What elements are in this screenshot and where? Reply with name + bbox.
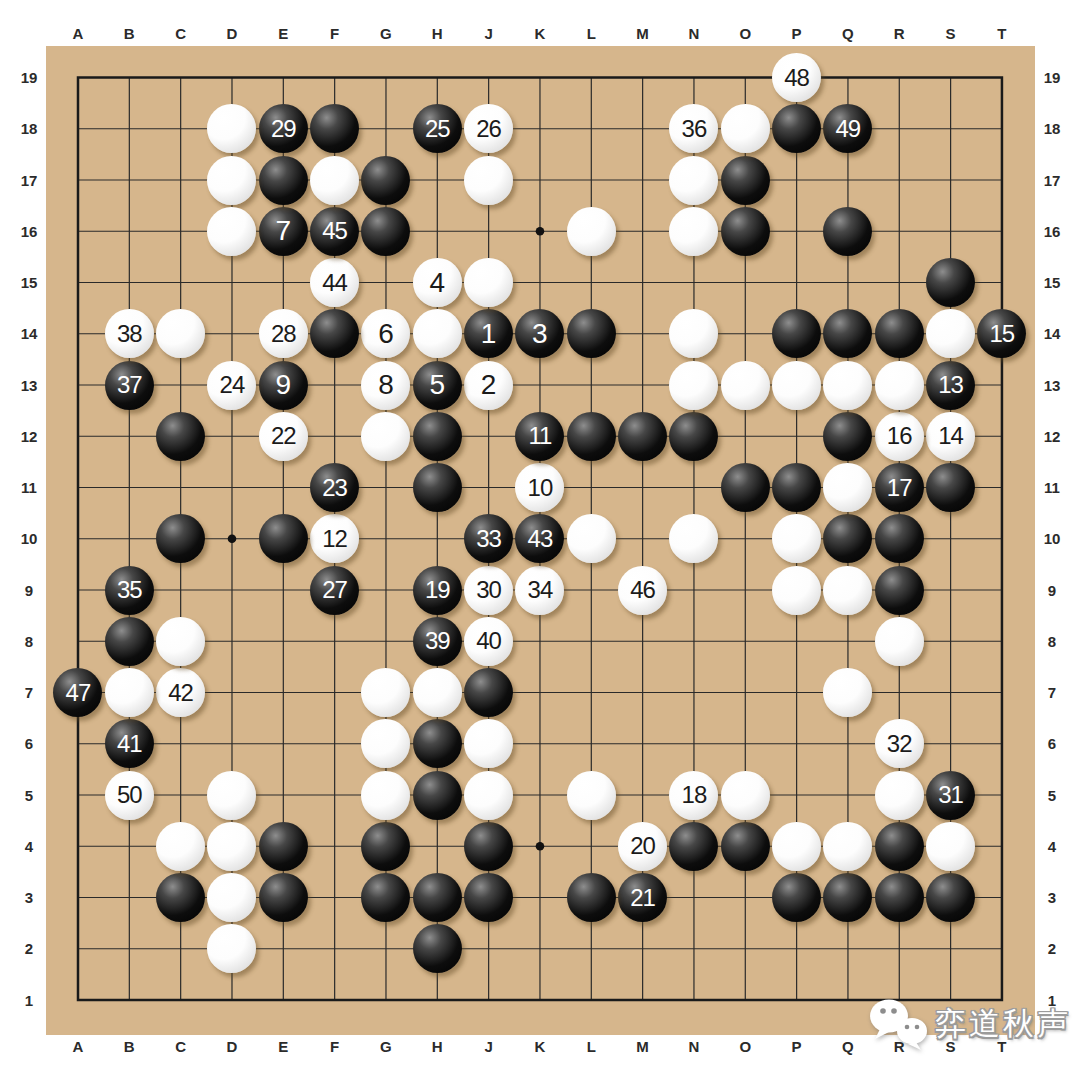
stone-white-K9: 34: [515, 566, 564, 615]
move-number-2: 2: [481, 371, 497, 399]
stone-black-S3: [926, 873, 975, 922]
stone-white-C7: 42: [156, 668, 205, 717]
stone-black-G17: [361, 156, 410, 205]
stone-white-G5: [361, 771, 410, 820]
stone-white-G6: [361, 719, 410, 768]
stone-white-D4: [207, 822, 256, 871]
coord-label-right-13: 13: [1037, 359, 1067, 410]
coord-label-bottom-L: L: [566, 1036, 617, 1056]
move-number-22: 22: [271, 424, 296, 448]
stone-white-D5: [207, 771, 256, 820]
stone-white-Q4: [823, 822, 872, 871]
move-number-18: 18: [682, 783, 707, 807]
move-number-24: 24: [220, 373, 245, 397]
coord-label-right-3: 3: [1037, 872, 1067, 923]
stone-black-R10: [875, 514, 924, 563]
stone-black-B9: 35: [105, 566, 154, 615]
move-number-15: 15: [990, 322, 1015, 346]
stone-black-O11: [721, 463, 770, 512]
coord-label-right-19: 19: [1037, 52, 1067, 103]
coord-label-right-18: 18: [1037, 103, 1067, 154]
move-number-9: 9: [275, 371, 291, 399]
coord-label-left-11: 11: [14, 462, 44, 513]
stone-white-M4: 20: [618, 822, 667, 871]
stones-grid: 1234567891011121314151617181920212223242…: [52, 52, 1027, 1026]
move-number-19: 19: [425, 578, 450, 602]
coord-label-right-10: 10: [1037, 513, 1067, 564]
move-number-5: 5: [429, 371, 445, 399]
coord-label-right-7: 7: [1037, 667, 1067, 718]
move-number-17: 17: [887, 476, 912, 500]
stone-black-C3: [156, 873, 205, 922]
move-number-14: 14: [938, 424, 963, 448]
stone-white-S4: [926, 822, 975, 871]
stone-black-H9: 19: [413, 566, 462, 615]
stone-black-E10: [259, 514, 308, 563]
stone-black-Q14: [823, 309, 872, 358]
stone-black-E16: 7: [259, 207, 308, 256]
stone-white-D17: [207, 156, 256, 205]
coord-label-bottom-H: H: [412, 1036, 463, 1056]
stone-black-H8: 39: [413, 617, 462, 666]
coord-label-top-D: D: [206, 23, 257, 43]
coord-label-top-A: A: [52, 23, 103, 43]
stone-white-J13: 2: [464, 361, 513, 410]
stone-white-F15: 44: [310, 258, 359, 307]
move-number-3: 3: [532, 320, 548, 348]
stone-white-P13: [772, 361, 821, 410]
stone-white-N13: [669, 361, 718, 410]
stone-white-K11: 10: [515, 463, 564, 512]
coord-label-bottom-D: D: [206, 1036, 257, 1056]
stone-black-G4: [361, 822, 410, 871]
stone-white-C4: [156, 822, 205, 871]
move-number-48: 48: [784, 66, 809, 90]
stone-black-E3: [259, 873, 308, 922]
move-number-29: 29: [271, 117, 296, 141]
coord-label-left-16: 16: [14, 206, 44, 257]
coord-label-right-5: 5: [1037, 769, 1067, 820]
move-number-21: 21: [630, 886, 655, 910]
coord-label-left-1: 1: [14, 974, 44, 1025]
coord-label-top-S: S: [925, 23, 976, 43]
stone-white-J5: [464, 771, 513, 820]
stone-black-N12: [669, 412, 718, 461]
stone-black-J3: [464, 873, 513, 922]
move-number-43: 43: [528, 527, 553, 551]
stone-white-E14: 28: [259, 309, 308, 358]
stone-white-P4: [772, 822, 821, 871]
coord-label-top-C: C: [155, 23, 206, 43]
move-number-13: 13: [938, 373, 963, 397]
stone-white-E12: 22: [259, 412, 308, 461]
move-number-44: 44: [322, 271, 347, 295]
stone-black-C12: [156, 412, 205, 461]
move-number-36: 36: [682, 117, 707, 141]
stone-white-C14: [156, 309, 205, 358]
stone-white-G14: 6: [361, 309, 410, 358]
stone-black-S5: 31: [926, 771, 975, 820]
coord-label-top-F: F: [309, 23, 360, 43]
coord-label-bottom-J: J: [463, 1036, 514, 1056]
coord-label-left-15: 15: [14, 257, 44, 308]
stone-white-R8: [875, 617, 924, 666]
move-number-49: 49: [836, 117, 861, 141]
stone-white-D18: [207, 104, 256, 153]
go-diagram-page: 1234567891011121314151617181920212223242…: [0, 0, 1080, 1080]
stone-black-F9: 27: [310, 566, 359, 615]
coord-label-left-3: 3: [14, 872, 44, 923]
stone-white-N5: 18: [669, 771, 718, 820]
move-number-32: 32: [887, 732, 912, 756]
stone-black-Q10: [823, 514, 872, 563]
coord-label-top-K: K: [514, 23, 565, 43]
stone-white-J17: [464, 156, 513, 205]
stone-black-H2: [413, 924, 462, 973]
stone-black-L12: [567, 412, 616, 461]
stone-white-N18: 36: [669, 104, 718, 153]
stone-black-E17: [259, 156, 308, 205]
stone-black-A7: 47: [53, 668, 102, 717]
stone-white-O5: [721, 771, 770, 820]
coord-label-right-14: 14: [1037, 308, 1067, 359]
stone-white-L5: [567, 771, 616, 820]
stone-black-S15: [926, 258, 975, 307]
stone-white-Q13: [823, 361, 872, 410]
coord-label-right-12: 12: [1037, 411, 1067, 462]
move-number-30: 30: [476, 578, 501, 602]
stone-black-E13: 9: [259, 361, 308, 410]
stone-black-O17: [721, 156, 770, 205]
stone-white-D3: [207, 873, 256, 922]
stone-white-N16: [669, 207, 718, 256]
move-number-46: 46: [630, 578, 655, 602]
stone-black-C10: [156, 514, 205, 563]
stone-black-B13: 37: [105, 361, 154, 410]
stone-white-C8: [156, 617, 205, 666]
stone-white-S14: [926, 309, 975, 358]
stone-black-H11: [413, 463, 462, 512]
coord-label-bottom-A: A: [52, 1036, 103, 1056]
coord-label-left-6: 6: [14, 718, 44, 769]
stone-black-E18: 29: [259, 104, 308, 153]
stone-white-G13: 8: [361, 361, 410, 410]
stone-black-H3: [413, 873, 462, 922]
stone-black-P18: [772, 104, 821, 153]
coord-label-right-2: 2: [1037, 923, 1067, 974]
move-number-42: 42: [168, 681, 193, 705]
stone-black-S11: [926, 463, 975, 512]
coord-label-left-5: 5: [14, 769, 44, 820]
move-number-12: 12: [322, 527, 347, 551]
stone-black-M12: [618, 412, 667, 461]
stone-white-J6: [464, 719, 513, 768]
stone-black-H18: 25: [413, 104, 462, 153]
move-number-25: 25: [425, 117, 450, 141]
coord-label-bottom-B: B: [104, 1036, 155, 1056]
coord-label-top-O: O: [720, 23, 771, 43]
coord-label-left-19: 19: [14, 52, 44, 103]
coord-label-left-2: 2: [14, 923, 44, 974]
move-number-10: 10: [528, 476, 553, 500]
coord-label-right-4: 4: [1037, 821, 1067, 872]
stone-black-Q3: [823, 873, 872, 922]
coord-label-top-P: P: [771, 23, 822, 43]
move-number-40: 40: [476, 629, 501, 653]
stone-black-K14: 3: [515, 309, 564, 358]
stone-white-N10: [669, 514, 718, 563]
coord-label-bottom-N: N: [668, 1036, 719, 1056]
coord-label-right-17: 17: [1037, 154, 1067, 205]
move-number-33: 33: [476, 527, 501, 551]
stone-white-M9: 46: [618, 566, 667, 615]
stone-black-J14: 1: [464, 309, 513, 358]
move-number-47: 47: [66, 681, 91, 705]
move-number-31: 31: [938, 783, 963, 807]
stone-white-P10: [772, 514, 821, 563]
stone-black-R4: [875, 822, 924, 871]
stone-white-J8: 40: [464, 617, 513, 666]
coord-label-bottom-P: P: [771, 1036, 822, 1056]
stone-black-B8: [105, 617, 154, 666]
stone-black-R11: 17: [875, 463, 924, 512]
stone-white-F10: 12: [310, 514, 359, 563]
stone-black-J10: 33: [464, 514, 513, 563]
stone-black-S13: 13: [926, 361, 975, 410]
stone-white-J18: 26: [464, 104, 513, 153]
stone-white-D13: 24: [207, 361, 256, 410]
stone-white-H14: [413, 309, 462, 358]
stone-black-R14: [875, 309, 924, 358]
move-number-11: 11: [528, 424, 551, 448]
stone-black-Q16: [823, 207, 872, 256]
stone-white-Q7: [823, 668, 872, 717]
coord-label-bottom-M: M: [617, 1036, 668, 1056]
coord-label-top-R: R: [874, 23, 925, 43]
coord-label-top-H: H: [412, 23, 463, 43]
coord-label-top-Q: Q: [822, 23, 873, 43]
coord-label-left-13: 13: [14, 359, 44, 410]
stone-black-H12: [413, 412, 462, 461]
stone-white-O18: [721, 104, 770, 153]
coord-label-right-8: 8: [1037, 616, 1067, 667]
coord-label-right-16: 16: [1037, 206, 1067, 257]
stone-black-Q12: [823, 412, 872, 461]
move-number-37: 37: [117, 373, 142, 397]
coord-label-top-M: M: [617, 23, 668, 43]
move-number-26: 26: [476, 117, 501, 141]
move-number-50: 50: [117, 783, 142, 807]
coord-label-top-T: T: [976, 23, 1027, 43]
stone-white-J15: [464, 258, 513, 307]
stone-black-H5: [413, 771, 462, 820]
coord-label-bottom-G: G: [360, 1036, 411, 1056]
coord-label-left-8: 8: [14, 616, 44, 667]
stone-white-L16: [567, 207, 616, 256]
move-number-1: 1: [481, 320, 497, 348]
coord-label-right-9: 9: [1037, 564, 1067, 615]
stone-white-H15: 4: [413, 258, 462, 307]
stone-black-L14: [567, 309, 616, 358]
coord-label-top-G: G: [360, 23, 411, 43]
stone-black-P11: [772, 463, 821, 512]
coord-label-left-4: 4: [14, 821, 44, 872]
move-number-39: 39: [425, 629, 450, 653]
stone-white-L10: [567, 514, 616, 563]
stone-white-R5: [875, 771, 924, 820]
stone-white-P19: 48: [772, 53, 821, 102]
move-number-45: 45: [322, 219, 347, 243]
stone-white-J9: 30: [464, 566, 513, 615]
stone-black-P14: [772, 309, 821, 358]
stone-white-B7: [105, 668, 154, 717]
stone-white-N14: [669, 309, 718, 358]
coord-label-right-11: 11: [1037, 462, 1067, 513]
coord-label-bottom-C: C: [155, 1036, 206, 1056]
move-number-41: 41: [117, 732, 142, 756]
coord-label-left-18: 18: [14, 103, 44, 154]
coord-label-right-15: 15: [1037, 257, 1067, 308]
stone-black-F14: [310, 309, 359, 358]
stone-black-F18: [310, 104, 359, 153]
stone-white-R12: 16: [875, 412, 924, 461]
coord-label-left-17: 17: [14, 154, 44, 205]
move-number-8: 8: [378, 371, 394, 399]
move-number-4: 4: [429, 269, 445, 297]
move-number-20: 20: [630, 834, 655, 858]
stone-black-N4: [669, 822, 718, 871]
stone-white-G12: [361, 412, 410, 461]
coordinates-right: 19181716151413121110987654321: [1037, 52, 1067, 1026]
move-number-27: 27: [322, 578, 347, 602]
stone-white-B14: 38: [105, 309, 154, 358]
stone-white-R13: [875, 361, 924, 410]
stone-black-R3: [875, 873, 924, 922]
coord-label-top-J: J: [463, 23, 514, 43]
stone-black-B6: 41: [105, 719, 154, 768]
stone-black-L3: [567, 873, 616, 922]
stone-black-K12: 11: [515, 412, 564, 461]
stone-black-K10: 43: [515, 514, 564, 563]
stone-black-E4: [259, 822, 308, 871]
stone-black-J7: [464, 668, 513, 717]
stone-black-G16: [361, 207, 410, 256]
stone-black-Q18: 49: [823, 104, 872, 153]
move-number-23: 23: [322, 476, 347, 500]
stone-black-J4: [464, 822, 513, 871]
stone-white-D2: [207, 924, 256, 973]
move-number-28: 28: [271, 322, 296, 346]
coord-label-top-N: N: [668, 23, 719, 43]
stone-white-N17: [669, 156, 718, 205]
coord-label-top-L: L: [566, 23, 617, 43]
stone-white-B5: 50: [105, 771, 154, 820]
stone-white-R6: 32: [875, 719, 924, 768]
stone-white-H7: [413, 668, 462, 717]
stone-white-S12: 14: [926, 412, 975, 461]
move-number-35: 35: [117, 578, 142, 602]
stone-white-P9: [772, 566, 821, 615]
coordinates-left: 19181716151413121110987654321: [14, 52, 44, 1026]
coord-label-left-9: 9: [14, 564, 44, 615]
stone-black-M3: 21: [618, 873, 667, 922]
coord-label-top-E: E: [258, 23, 309, 43]
move-number-6: 6: [378, 320, 394, 348]
stone-black-T14: 15: [977, 309, 1026, 358]
coord-label-top-B: B: [104, 23, 155, 43]
stone-black-O16: [721, 207, 770, 256]
stone-black-O4: [721, 822, 770, 871]
wechat-logo-icon: [864, 996, 934, 1052]
stone-black-P3: [772, 873, 821, 922]
move-number-34: 34: [528, 578, 553, 602]
coord-label-bottom-O: O: [720, 1036, 771, 1056]
move-number-16: 16: [887, 424, 912, 448]
stone-white-G7: [361, 668, 410, 717]
coord-label-left-10: 10: [14, 513, 44, 564]
move-number-7: 7: [275, 217, 291, 245]
stone-white-F17: [310, 156, 359, 205]
coord-label-bottom-E: E: [258, 1036, 309, 1056]
coord-label-bottom-K: K: [514, 1036, 565, 1056]
stone-white-Q9: [823, 566, 872, 615]
move-number-38: 38: [117, 322, 142, 346]
coord-label-left-12: 12: [14, 411, 44, 462]
stone-black-H6: [413, 719, 462, 768]
coordinates-top: ABCDEFGHJKLMNOPQRST: [52, 23, 1027, 43]
stone-black-F16: 45: [310, 207, 359, 256]
coord-label-right-6: 6: [1037, 718, 1067, 769]
stone-black-G3: [361, 873, 410, 922]
stone-white-O13: [721, 361, 770, 410]
watermark-text: 弈道秋声: [935, 1003, 1071, 1045]
coord-label-left-7: 7: [14, 667, 44, 718]
coord-label-left-14: 14: [14, 308, 44, 359]
stone-black-H13: 5: [413, 361, 462, 410]
stone-black-R9: [875, 566, 924, 615]
stone-white-D16: [207, 207, 256, 256]
stone-white-Q11: [823, 463, 872, 512]
watermark: 弈道秋声: [864, 996, 1071, 1052]
stone-black-F11: 23: [310, 463, 359, 512]
coord-label-bottom-F: F: [309, 1036, 360, 1056]
